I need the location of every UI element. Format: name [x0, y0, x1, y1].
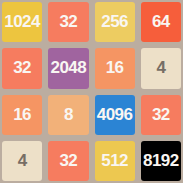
tile-r3c4-32: 32: [141, 95, 181, 135]
tile-r3c2-8: 8: [48, 95, 88, 135]
tile-r1c4-64: 64: [141, 2, 181, 42]
tile-r3c3-4096: 4096: [95, 95, 135, 135]
tile-r4c1-4: 4: [2, 141, 42, 181]
board-2048[interactable]: 102432256643220481641684096324325128192: [0, 0, 183, 183]
tile-r4c2-32: 32: [48, 141, 88, 181]
tile-r1c1-1024: 1024: [2, 2, 42, 42]
tile-r4c4-8192: 8192: [141, 141, 181, 181]
tile-r3c1-16: 16: [2, 95, 42, 135]
tile-r2c3-16: 16: [95, 48, 135, 88]
tile-r2c1-32: 32: [2, 48, 42, 88]
tile-r4c3-512: 512: [95, 141, 135, 181]
tile-r2c4-4: 4: [141, 48, 181, 88]
tile-r2c2-2048: 2048: [48, 48, 88, 88]
tile-r1c2-32: 32: [48, 2, 88, 42]
tile-r1c3-256: 256: [95, 2, 135, 42]
